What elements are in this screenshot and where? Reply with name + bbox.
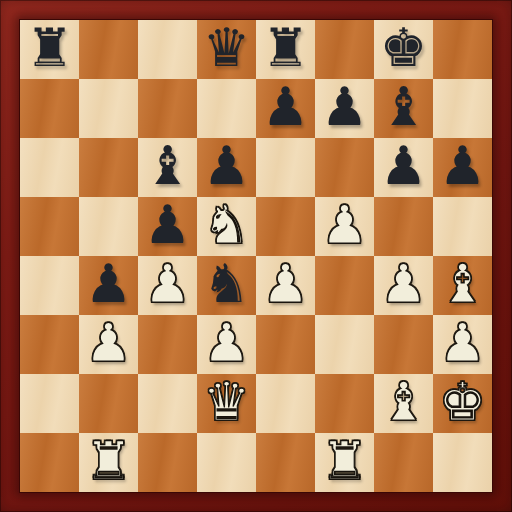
square-g7[interactable]: ♝ [374, 79, 433, 138]
square-f4[interactable] [315, 256, 374, 315]
square-d1[interactable] [197, 433, 256, 492]
square-c6[interactable]: ♝ [138, 138, 197, 197]
white-pawn-h3[interactable]: ♟ [439, 313, 487, 372]
square-g2[interactable]: ♝ [374, 374, 433, 433]
square-b6[interactable] [79, 138, 138, 197]
white-pawn-e4[interactable]: ♟ [262, 254, 310, 313]
square-h7[interactable] [433, 79, 492, 138]
white-knight-d5[interactable]: ♞ [203, 195, 251, 254]
square-d7[interactable] [197, 79, 256, 138]
white-bishop-h4[interactable]: ♝ [439, 254, 487, 313]
square-a6[interactable] [20, 138, 79, 197]
square-b2[interactable] [79, 374, 138, 433]
square-c7[interactable] [138, 79, 197, 138]
square-h2[interactable]: ♚ [433, 374, 492, 433]
square-g6[interactable]: ♟ [374, 138, 433, 197]
black-pawn-e7[interactable]: ♟ [262, 77, 310, 136]
black-pawn-g6[interactable]: ♟ [380, 136, 428, 195]
black-king-g8[interactable]: ♚ [380, 18, 428, 77]
square-a2[interactable] [20, 374, 79, 433]
black-knight-d4[interactable]: ♞ [203, 254, 251, 313]
square-f6[interactable] [315, 138, 374, 197]
black-rook-a8[interactable]: ♜ [26, 18, 74, 77]
board-frame: ♜♛♜♚♟♟♝♝♟♟♟♟♞♟♟♟♞♟♟♝♟♟♟♛♝♚♜♜ [0, 0, 512, 512]
square-f5[interactable]: ♟ [315, 197, 374, 256]
square-e6[interactable] [256, 138, 315, 197]
black-pawn-d6[interactable]: ♟ [203, 136, 251, 195]
square-g8[interactable]: ♚ [374, 20, 433, 79]
square-e5[interactable] [256, 197, 315, 256]
square-h1[interactable] [433, 433, 492, 492]
white-bishop-g2[interactable]: ♝ [380, 372, 428, 431]
square-f1[interactable]: ♜ [315, 433, 374, 492]
square-h6[interactable]: ♟ [433, 138, 492, 197]
square-a1[interactable] [20, 433, 79, 492]
square-g3[interactable] [374, 315, 433, 374]
black-queen-d8[interactable]: ♛ [203, 18, 251, 77]
square-e8[interactable]: ♜ [256, 20, 315, 79]
square-e1[interactable] [256, 433, 315, 492]
square-g4[interactable]: ♟ [374, 256, 433, 315]
white-pawn-c4[interactable]: ♟ [144, 254, 192, 313]
white-king-h2[interactable]: ♚ [439, 372, 487, 431]
square-b1[interactable]: ♜ [79, 433, 138, 492]
white-pawn-g4[interactable]: ♟ [380, 254, 428, 313]
white-queen-d2[interactable]: ♛ [203, 372, 251, 431]
white-rook-f1[interactable]: ♜ [321, 431, 369, 490]
square-f7[interactable]: ♟ [315, 79, 374, 138]
black-pawn-f7[interactable]: ♟ [321, 77, 369, 136]
square-b3[interactable]: ♟ [79, 315, 138, 374]
black-pawn-b4[interactable]: ♟ [85, 254, 133, 313]
square-a3[interactable] [20, 315, 79, 374]
square-d2[interactable]: ♛ [197, 374, 256, 433]
square-g1[interactable] [374, 433, 433, 492]
black-pawn-h6[interactable]: ♟ [439, 136, 487, 195]
square-b8[interactable] [79, 20, 138, 79]
white-pawn-d3[interactable]: ♟ [203, 313, 251, 372]
square-e4[interactable]: ♟ [256, 256, 315, 315]
square-f3[interactable] [315, 315, 374, 374]
square-d8[interactable]: ♛ [197, 20, 256, 79]
white-rook-b1[interactable]: ♜ [85, 431, 133, 490]
white-pawn-b3[interactable]: ♟ [85, 313, 133, 372]
square-h4[interactable]: ♝ [433, 256, 492, 315]
white-pawn-f5[interactable]: ♟ [321, 195, 369, 254]
square-a5[interactable] [20, 197, 79, 256]
square-b4[interactable]: ♟ [79, 256, 138, 315]
square-d4[interactable]: ♞ [197, 256, 256, 315]
square-h3[interactable]: ♟ [433, 315, 492, 374]
square-c5[interactable]: ♟ [138, 197, 197, 256]
square-d3[interactable]: ♟ [197, 315, 256, 374]
black-bishop-c6[interactable]: ♝ [144, 136, 192, 195]
square-b7[interactable] [79, 79, 138, 138]
square-d5[interactable]: ♞ [197, 197, 256, 256]
square-c1[interactable] [138, 433, 197, 492]
black-bishop-g7[interactable]: ♝ [380, 77, 428, 136]
square-d6[interactable]: ♟ [197, 138, 256, 197]
chess-board: ♜♛♜♚♟♟♝♝♟♟♟♟♞♟♟♟♞♟♟♝♟♟♟♛♝♚♜♜ [20, 20, 492, 492]
square-a4[interactable] [20, 256, 79, 315]
square-f2[interactable] [315, 374, 374, 433]
square-g5[interactable] [374, 197, 433, 256]
square-c8[interactable] [138, 20, 197, 79]
square-e3[interactable] [256, 315, 315, 374]
square-a8[interactable]: ♜ [20, 20, 79, 79]
black-pawn-c5[interactable]: ♟ [144, 195, 192, 254]
square-f8[interactable] [315, 20, 374, 79]
black-rook-e8[interactable]: ♜ [262, 18, 310, 77]
square-h5[interactable] [433, 197, 492, 256]
square-a7[interactable] [20, 79, 79, 138]
square-h8[interactable] [433, 20, 492, 79]
square-c4[interactable]: ♟ [138, 256, 197, 315]
square-c3[interactable] [138, 315, 197, 374]
square-e2[interactable] [256, 374, 315, 433]
square-e7[interactable]: ♟ [256, 79, 315, 138]
square-c2[interactable] [138, 374, 197, 433]
square-b5[interactable] [79, 197, 138, 256]
